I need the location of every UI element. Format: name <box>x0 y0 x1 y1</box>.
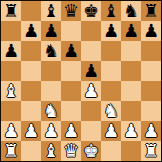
square-b6[interactable] <box>21 41 41 61</box>
piece-black-pawn[interactable]: ♟ <box>63 41 79 61</box>
square-c6[interactable]: ♞ <box>41 41 61 61</box>
square-g7[interactable]: ♟ <box>121 21 141 41</box>
piece-black-rook[interactable]: ♜ <box>143 1 159 21</box>
piece-black-pawn[interactable]: ♟ <box>3 41 19 61</box>
square-a2[interactable]: ♟ <box>1 121 21 141</box>
square-a7[interactable] <box>1 21 21 41</box>
square-f1[interactable] <box>101 141 121 161</box>
square-b4[interactable] <box>21 81 41 101</box>
square-g4[interactable] <box>121 81 141 101</box>
square-a4[interactable]: ♝ <box>1 81 21 101</box>
piece-white-rook[interactable]: ♜ <box>3 141 19 161</box>
piece-white-pawn[interactable]: ♟ <box>23 121 39 141</box>
piece-black-bishop[interactable]: ♝ <box>103 1 119 21</box>
piece-black-king[interactable]: ♚ <box>83 1 99 21</box>
square-d8[interactable]: ♛ <box>61 1 81 21</box>
piece-black-knight[interactable]: ♞ <box>43 41 59 61</box>
square-g6[interactable] <box>121 41 141 61</box>
piece-white-pawn[interactable]: ♟ <box>43 121 59 141</box>
square-c3[interactable]: ♞ <box>41 101 61 121</box>
square-d2[interactable]: ♟ <box>61 121 81 141</box>
square-h6[interactable] <box>141 41 161 61</box>
piece-black-pawn[interactable]: ♟ <box>103 21 119 41</box>
square-g1[interactable] <box>121 141 141 161</box>
square-f8[interactable]: ♝ <box>101 1 121 21</box>
piece-white-pawn[interactable]: ♟ <box>3 121 19 141</box>
square-g5[interactable] <box>121 61 141 81</box>
square-e1[interactable]: ♚ <box>81 141 101 161</box>
square-f6[interactable] <box>101 41 121 61</box>
square-f7[interactable]: ♟ <box>101 21 121 41</box>
piece-white-pawn[interactable]: ♟ <box>143 121 159 141</box>
square-d5[interactable] <box>61 61 81 81</box>
square-a6[interactable]: ♟ <box>1 41 21 61</box>
piece-black-pawn[interactable]: ♟ <box>83 61 99 81</box>
piece-black-rook[interactable]: ♜ <box>3 1 19 21</box>
square-f2[interactable]: ♟ <box>101 121 121 141</box>
piece-black-bishop[interactable]: ♝ <box>43 1 59 21</box>
piece-white-knight[interactable]: ♞ <box>43 101 59 121</box>
piece-white-bishop[interactable]: ♝ <box>43 141 59 161</box>
square-e3[interactable] <box>81 101 101 121</box>
square-e7[interactable] <box>81 21 101 41</box>
square-c2[interactable]: ♟ <box>41 121 61 141</box>
square-b7[interactable]: ♟ <box>21 21 41 41</box>
chess-board: ♜♝♛♚♝♞♜♟♟♟♟♟♟♞♟♟♝♟♞♞♟♟♟♟♟♟♟♜♝♛♚♜ <box>1 1 161 161</box>
square-h3[interactable] <box>141 101 161 121</box>
square-h1[interactable]: ♜ <box>141 141 161 161</box>
piece-white-pawn[interactable]: ♟ <box>63 121 79 141</box>
square-d6[interactable]: ♟ <box>61 41 81 61</box>
piece-white-queen[interactable]: ♛ <box>63 141 79 161</box>
square-b2[interactable]: ♟ <box>21 121 41 141</box>
piece-black-pawn[interactable]: ♟ <box>43 21 59 41</box>
square-c5[interactable] <box>41 61 61 81</box>
piece-black-pawn[interactable]: ♟ <box>143 21 159 41</box>
square-d7[interactable] <box>61 21 81 41</box>
square-c8[interactable]: ♝ <box>41 1 61 21</box>
square-a3[interactable] <box>1 101 21 121</box>
piece-black-pawn[interactable]: ♟ <box>123 21 139 41</box>
piece-white-pawn[interactable]: ♟ <box>123 121 139 141</box>
square-f4[interactable] <box>101 81 121 101</box>
square-f3[interactable]: ♞ <box>101 101 121 121</box>
piece-black-pawn[interactable]: ♟ <box>23 21 39 41</box>
square-a5[interactable] <box>1 61 21 81</box>
square-b5[interactable] <box>21 61 41 81</box>
square-d3[interactable] <box>61 101 81 121</box>
square-d4[interactable] <box>61 81 81 101</box>
square-h7[interactable]: ♟ <box>141 21 161 41</box>
piece-white-rook[interactable]: ♜ <box>143 141 159 161</box>
square-b3[interactable] <box>21 101 41 121</box>
square-g8[interactable]: ♞ <box>121 1 141 21</box>
square-d1[interactable]: ♛ <box>61 141 81 161</box>
square-f5[interactable] <box>101 61 121 81</box>
square-g3[interactable] <box>121 101 141 121</box>
square-h4[interactable] <box>141 81 161 101</box>
square-h5[interactable] <box>141 61 161 81</box>
square-e2[interactable] <box>81 121 101 141</box>
piece-white-pawn[interactable]: ♟ <box>83 81 99 101</box>
piece-white-king[interactable]: ♚ <box>83 141 99 161</box>
square-h8[interactable]: ♜ <box>141 1 161 21</box>
piece-white-knight[interactable]: ♞ <box>103 101 119 121</box>
square-g2[interactable]: ♟ <box>121 121 141 141</box>
square-b1[interactable] <box>21 141 41 161</box>
square-h2[interactable]: ♟ <box>141 121 161 141</box>
piece-black-queen[interactable]: ♛ <box>63 1 79 21</box>
square-a8[interactable]: ♜ <box>1 1 21 21</box>
chess-board-frame: ♜♝♛♚♝♞♜♟♟♟♟♟♟♞♟♟♝♟♞♞♟♟♟♟♟♟♟♜♝♛♚♜ <box>0 0 162 162</box>
square-e6[interactable] <box>81 41 101 61</box>
square-e5[interactable]: ♟ <box>81 61 101 81</box>
piece-black-knight[interactable]: ♞ <box>123 1 139 21</box>
square-c7[interactable]: ♟ <box>41 21 61 41</box>
square-e4[interactable]: ♟ <box>81 81 101 101</box>
square-e8[interactable]: ♚ <box>81 1 101 21</box>
piece-white-bishop[interactable]: ♝ <box>3 81 19 101</box>
square-c1[interactable]: ♝ <box>41 141 61 161</box>
square-b8[interactable] <box>21 1 41 21</box>
piece-white-pawn[interactable]: ♟ <box>103 121 119 141</box>
square-c4[interactable] <box>41 81 61 101</box>
square-a1[interactable]: ♜ <box>1 141 21 161</box>
